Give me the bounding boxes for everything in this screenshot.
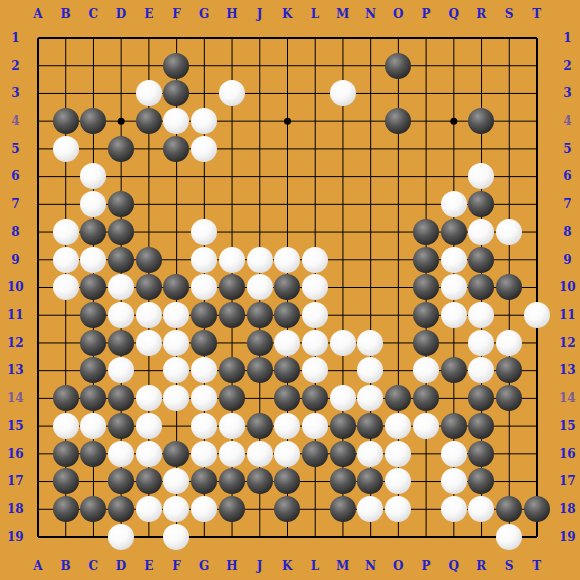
column-label: N	[357, 559, 385, 573]
stone-white	[274, 413, 300, 439]
row-label: 13	[559, 357, 576, 385]
stone-white	[441, 247, 467, 273]
column-label: K	[273, 7, 301, 21]
stone-black	[53, 441, 79, 467]
stone-black	[53, 468, 79, 494]
stone-black	[496, 385, 522, 411]
row-label: 13	[7, 357, 24, 385]
row-label: 6	[559, 163, 576, 191]
stone-black	[302, 385, 328, 411]
column-labels-top: ABCDEFGHJKLMNOPQRST	[24, 7, 551, 21]
stone-white	[53, 413, 79, 439]
stone-black	[247, 357, 273, 383]
stone-white	[136, 302, 162, 328]
stone-white	[496, 524, 522, 550]
column-label: C	[79, 559, 107, 573]
stone-white	[136, 496, 162, 522]
stone-white	[413, 357, 439, 383]
stone-white	[357, 385, 383, 411]
stone-white	[385, 441, 411, 467]
stone-black	[468, 441, 494, 467]
stone-white	[357, 496, 383, 522]
stone-white	[163, 385, 189, 411]
column-label: O	[384, 559, 412, 573]
column-label: P	[412, 559, 440, 573]
column-label: A	[24, 7, 52, 21]
row-label: 17	[7, 468, 24, 496]
column-label: Q	[440, 7, 468, 21]
stone-black	[468, 191, 494, 217]
stone-black	[163, 53, 189, 79]
row-label: 14	[7, 384, 24, 412]
stone-white	[163, 302, 189, 328]
row-label: 1	[559, 24, 576, 52]
column-label: L	[301, 559, 329, 573]
column-label: E	[135, 7, 163, 21]
stone-white	[468, 496, 494, 522]
stone-black	[108, 330, 134, 356]
column-label: F	[163, 559, 191, 573]
column-label: D	[107, 7, 135, 21]
row-label: 4	[7, 107, 24, 135]
stone-black	[468, 247, 494, 273]
stone-black	[108, 191, 134, 217]
stone-black	[413, 219, 439, 245]
stone-black	[302, 441, 328, 467]
stone-white	[247, 441, 273, 467]
stone-white	[441, 441, 467, 467]
row-label: 8	[559, 218, 576, 246]
row-label: 19	[559, 523, 576, 551]
row-label: 17	[559, 468, 576, 496]
stone-white	[468, 302, 494, 328]
stone-white	[163, 524, 189, 550]
stone-white	[302, 247, 328, 273]
stone-white	[191, 247, 217, 273]
column-label: G	[190, 559, 218, 573]
stone-black	[247, 302, 273, 328]
stone-white	[496, 330, 522, 356]
stone-white	[441, 274, 467, 300]
stone-white	[191, 413, 217, 439]
stone-white	[163, 468, 189, 494]
stone-white	[302, 413, 328, 439]
column-label: M	[329, 7, 357, 21]
stone-black	[413, 330, 439, 356]
column-label: P	[412, 7, 440, 21]
row-label: 14	[559, 384, 576, 412]
column-label: F	[163, 7, 191, 21]
stone-white	[163, 108, 189, 134]
stone-white	[191, 441, 217, 467]
stone-black	[136, 468, 162, 494]
stone-black	[108, 136, 134, 162]
stone-black	[219, 468, 245, 494]
column-label: O	[384, 7, 412, 21]
row-label: 12	[7, 329, 24, 357]
stone-black	[330, 441, 356, 467]
row-label: 1	[7, 24, 24, 52]
stone-white	[330, 385, 356, 411]
row-label: 3	[559, 79, 576, 107]
stone-white	[274, 330, 300, 356]
column-label: K	[273, 559, 301, 573]
stone-black	[219, 357, 245, 383]
stone-black	[468, 468, 494, 494]
stone-white	[468, 330, 494, 356]
stone-white	[274, 441, 300, 467]
stone-black	[496, 357, 522, 383]
column-label: B	[52, 559, 80, 573]
row-label: 11	[559, 301, 576, 329]
stone-white	[468, 357, 494, 383]
stone-white	[80, 163, 106, 189]
stone-black	[108, 247, 134, 273]
row-label: 6	[7, 163, 24, 191]
row-label: 12	[559, 329, 576, 357]
stone-black	[80, 385, 106, 411]
stone-black	[80, 496, 106, 522]
stone-white	[302, 302, 328, 328]
stone-black	[80, 357, 106, 383]
row-label: 15	[7, 412, 24, 440]
stone-black	[108, 385, 134, 411]
row-label: 11	[7, 301, 24, 329]
stone-black	[274, 274, 300, 300]
stone-white	[219, 247, 245, 273]
stone-white	[441, 468, 467, 494]
stone-black	[413, 247, 439, 273]
stone-black	[441, 219, 467, 245]
stone-white	[191, 219, 217, 245]
stone-black	[496, 496, 522, 522]
column-label: Q	[440, 559, 468, 573]
stone-black	[441, 413, 467, 439]
stone-black	[468, 385, 494, 411]
stone-black	[136, 274, 162, 300]
stone-black	[53, 385, 79, 411]
stone-white	[496, 219, 522, 245]
stone-white	[219, 80, 245, 106]
stone-white	[413, 413, 439, 439]
stone-black	[274, 468, 300, 494]
column-label: L	[301, 7, 329, 21]
stone-white	[136, 441, 162, 467]
stone-black	[413, 385, 439, 411]
stone-white	[80, 413, 106, 439]
stone-black	[163, 136, 189, 162]
stone-white	[191, 136, 217, 162]
stone-black	[136, 247, 162, 273]
stone-white	[330, 80, 356, 106]
stone-white	[80, 191, 106, 217]
stone-white	[136, 413, 162, 439]
stone-black	[191, 468, 217, 494]
stone-black	[330, 413, 356, 439]
row-label: 7	[559, 190, 576, 218]
stone-black	[357, 413, 383, 439]
stone-black	[108, 496, 134, 522]
stone-white	[441, 191, 467, 217]
row-label: 3	[7, 79, 24, 107]
row-label: 8	[7, 218, 24, 246]
stone-black	[413, 274, 439, 300]
stone-white	[302, 330, 328, 356]
column-label: B	[52, 7, 80, 21]
stone-white	[53, 219, 79, 245]
stone-white	[385, 496, 411, 522]
stone-black	[219, 302, 245, 328]
column-label: T	[523, 7, 551, 21]
stone-black	[274, 357, 300, 383]
stone-white	[524, 302, 550, 328]
board-intersections[interactable]	[24, 24, 551, 551]
row-label: 16	[7, 440, 24, 468]
stone-white	[80, 247, 106, 273]
stone-white	[441, 496, 467, 522]
stone-black	[163, 441, 189, 467]
stone-black	[108, 413, 134, 439]
row-label: 2	[7, 52, 24, 80]
stone-black	[219, 385, 245, 411]
stone-white	[385, 413, 411, 439]
stone-black	[53, 108, 79, 134]
column-label: M	[329, 559, 357, 573]
stone-black	[274, 496, 300, 522]
stone-black	[136, 108, 162, 134]
stone-black	[108, 468, 134, 494]
column-label: C	[79, 7, 107, 21]
stone-black	[330, 496, 356, 522]
stone-white	[357, 441, 383, 467]
stone-white	[385, 468, 411, 494]
stone-white	[163, 496, 189, 522]
column-label: J	[246, 7, 274, 21]
stone-black	[441, 357, 467, 383]
stone-black	[108, 219, 134, 245]
stone-black	[274, 385, 300, 411]
row-labels-left: 12345678910111213141516171819	[7, 24, 21, 551]
column-label: E	[135, 559, 163, 573]
column-label: N	[357, 7, 385, 21]
stone-black	[385, 108, 411, 134]
column-label: S	[495, 559, 523, 573]
stone-white	[274, 247, 300, 273]
row-label: 18	[559, 495, 576, 523]
stone-black	[80, 274, 106, 300]
stone-black	[53, 496, 79, 522]
column-label: R	[468, 559, 496, 573]
stone-black	[191, 302, 217, 328]
stone-white	[468, 163, 494, 189]
stone-black	[80, 219, 106, 245]
row-label: 7	[7, 190, 24, 218]
row-label: 9	[559, 246, 576, 274]
stone-black	[468, 274, 494, 300]
row-label: 2	[559, 52, 576, 80]
stone-black	[330, 468, 356, 494]
row-label: 10	[559, 273, 576, 301]
stone-black	[80, 441, 106, 467]
stone-white	[302, 357, 328, 383]
stone-white	[136, 80, 162, 106]
stone-white	[191, 108, 217, 134]
column-label: S	[495, 7, 523, 21]
stone-white	[53, 136, 79, 162]
stone-black	[80, 330, 106, 356]
column-label: G	[190, 7, 218, 21]
stone-black	[247, 468, 273, 494]
stone-white	[53, 247, 79, 273]
stone-black	[385, 53, 411, 79]
stone-black	[413, 302, 439, 328]
row-label: 5	[559, 135, 576, 163]
stone-black	[80, 108, 106, 134]
stone-black	[80, 302, 106, 328]
stone-black	[496, 274, 522, 300]
stone-white	[330, 330, 356, 356]
stone-black	[247, 330, 273, 356]
stone-white	[191, 385, 217, 411]
stone-black	[219, 274, 245, 300]
stone-black	[191, 330, 217, 356]
column-label: D	[107, 559, 135, 573]
column-label: H	[218, 559, 246, 573]
stone-white	[441, 302, 467, 328]
row-label: 19	[7, 523, 24, 551]
row-label: 5	[7, 135, 24, 163]
stone-black	[163, 274, 189, 300]
column-label: H	[218, 7, 246, 21]
stone-white	[302, 274, 328, 300]
row-label: 4	[559, 107, 576, 135]
stone-black	[219, 496, 245, 522]
column-label: R	[468, 7, 496, 21]
stone-white	[136, 385, 162, 411]
stone-white	[247, 247, 273, 273]
stone-black	[524, 496, 550, 522]
column-labels-bottom: ABCDEFGHJKLMNOPQRST	[24, 559, 551, 573]
row-label: 18	[7, 495, 24, 523]
stone-white	[163, 330, 189, 356]
stone-white	[163, 357, 189, 383]
stone-white	[136, 330, 162, 356]
stone-white	[191, 357, 217, 383]
row-label: 16	[559, 440, 576, 468]
row-label: 9	[7, 246, 24, 274]
row-label: 10	[7, 273, 24, 301]
stone-white	[191, 274, 217, 300]
stone-white	[53, 274, 79, 300]
stone-white	[357, 357, 383, 383]
column-label: A	[24, 559, 52, 573]
stone-white	[108, 524, 134, 550]
stone-white	[219, 441, 245, 467]
stone-white	[108, 357, 134, 383]
stone-white	[108, 302, 134, 328]
stone-black	[468, 108, 494, 134]
stone-black	[357, 468, 383, 494]
stone-black	[385, 385, 411, 411]
stone-black	[163, 80, 189, 106]
stone-black	[468, 413, 494, 439]
stone-black	[274, 302, 300, 328]
stone-black	[247, 413, 273, 439]
stone-white	[247, 274, 273, 300]
row-labels-right: 12345678910111213141516171819	[559, 24, 573, 551]
stone-white	[219, 413, 245, 439]
row-label: 15	[559, 412, 576, 440]
column-label: T	[523, 559, 551, 573]
stone-white	[108, 274, 134, 300]
stone-white	[108, 441, 134, 467]
stone-white	[357, 330, 383, 356]
stone-white	[191, 496, 217, 522]
column-label: J	[246, 559, 274, 573]
stone-white	[468, 219, 494, 245]
